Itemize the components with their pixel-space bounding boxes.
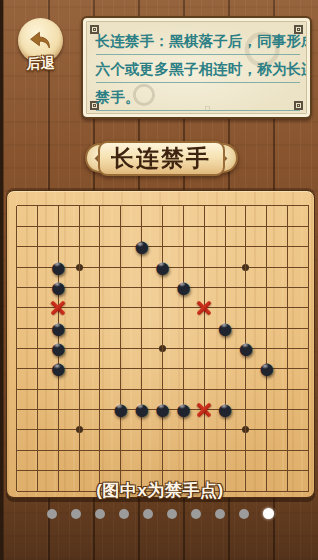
board-cell (110, 338, 131, 358)
board-cell (27, 237, 48, 257)
board-cell (236, 277, 257, 297)
board-cell (110, 460, 131, 480)
board-cell (6, 257, 27, 277)
board-cell (256, 399, 277, 419)
forbidden-x-mark (194, 298, 215, 318)
board-cell (131, 440, 152, 460)
board-cell (6, 420, 27, 440)
forbidden-x-mark (194, 399, 215, 419)
board-cell (69, 318, 90, 338)
board-cell (236, 196, 257, 216)
board-cell (236, 460, 257, 480)
board-cell (48, 196, 69, 216)
page-dot[interactable] (239, 509, 249, 519)
board-cell (215, 440, 236, 460)
board-cell (131, 196, 152, 216)
gomoku-board: ●●●●●●●●●●●●●●●● (6, 190, 315, 498)
board-cell (6, 237, 27, 257)
board-cell (69, 338, 90, 358)
board-cell (152, 460, 173, 480)
board-cell (194, 277, 215, 297)
board-cell (298, 216, 317, 236)
board-cell (194, 257, 215, 277)
board-cell (110, 440, 131, 460)
board-cell (236, 216, 257, 236)
board-cell (236, 257, 257, 277)
board-cell (173, 440, 194, 460)
board-cell (256, 460, 277, 480)
board-cell: ● (173, 277, 194, 297)
board-cell (194, 318, 215, 338)
board-cell (6, 298, 27, 318)
board-cell (256, 420, 277, 440)
black-stone: ● (215, 318, 236, 338)
board-cell (173, 196, 194, 216)
board-cell (194, 338, 215, 358)
page-dot[interactable] (143, 509, 153, 519)
rule-text-line-3: 禁手。 (96, 83, 300, 111)
board-cell (90, 298, 111, 318)
board-cell (236, 298, 257, 318)
board-cell: ● (236, 338, 257, 358)
board-cell (90, 379, 111, 399)
board-cell (6, 196, 27, 216)
board-cell: ● (48, 359, 69, 379)
board-cell (173, 237, 194, 257)
board-cell (236, 237, 257, 257)
board-cell (131, 460, 152, 480)
board-cell (90, 257, 111, 277)
board-cell (152, 440, 173, 460)
board-cell (131, 359, 152, 379)
board-cell (69, 399, 90, 419)
board-cell (152, 196, 173, 216)
black-stone: ● (173, 277, 194, 297)
board-cell (298, 318, 317, 338)
board-cell (110, 277, 131, 297)
page-dot[interactable] (167, 509, 177, 519)
board-cell (298, 460, 317, 480)
rule-text: 长连禁手：黑棋落子后，同事形成 六个或更多黑子相连时，称为长连 禁手。 (96, 27, 300, 111)
star-point (242, 426, 249, 433)
board-cell (152, 216, 173, 236)
board-cell (277, 216, 298, 236)
board-cell (236, 379, 257, 399)
board-cell (69, 277, 90, 297)
board-cell (110, 216, 131, 236)
board-cell (6, 277, 27, 297)
board-cell (298, 298, 317, 318)
board-cell: ● (215, 399, 236, 419)
board-cell (90, 338, 111, 358)
star-point (242, 264, 249, 271)
title-banner: 长连禁手 (87, 140, 236, 177)
back-button-label[interactable]: 后退 (11, 55, 71, 73)
board-cell (6, 359, 27, 379)
black-stone: ● (173, 399, 194, 419)
board-cell (277, 338, 298, 358)
board-cell (27, 216, 48, 236)
board-cell (256, 216, 277, 236)
board-cell (194, 399, 215, 419)
board-cell (236, 440, 257, 460)
board-grid: ●●●●●●●●●●●●●●●● (6, 196, 317, 501)
board-cell (6, 460, 27, 480)
board-cell (215, 277, 236, 297)
board-cell (90, 399, 111, 419)
board-cell (90, 359, 111, 379)
board-cell (194, 379, 215, 399)
board-cell (48, 399, 69, 419)
board-cell (110, 359, 131, 379)
board-cell (256, 440, 277, 460)
board-cell (90, 460, 111, 480)
board-cell (298, 257, 317, 277)
board-cell (6, 399, 27, 419)
board-cell (69, 216, 90, 236)
board-cell (256, 257, 277, 277)
page-dot[interactable] (71, 509, 81, 519)
board-cell (173, 359, 194, 379)
board-cell (48, 216, 69, 236)
board-cell (215, 460, 236, 480)
board-cell (48, 420, 69, 440)
board-cell (90, 237, 111, 257)
board-cell (69, 298, 90, 318)
board-cell (298, 277, 317, 297)
board-cell (173, 318, 194, 338)
board-cell (277, 359, 298, 379)
board-cell (131, 318, 152, 338)
board-cell (298, 440, 317, 460)
board-cell (215, 237, 236, 257)
board-cell (215, 359, 236, 379)
board-cell: ● (215, 318, 236, 338)
board-cell (27, 298, 48, 318)
board-cell (131, 338, 152, 358)
board-cell: ● (48, 277, 69, 297)
board-cell (236, 420, 257, 440)
board-cell (277, 399, 298, 419)
board-cell (173, 460, 194, 480)
star-point (159, 345, 166, 352)
black-stone: ● (152, 399, 173, 419)
board-cell (277, 298, 298, 318)
board-cell (298, 196, 317, 216)
board-caption: (图中x为禁手点) (3, 479, 318, 502)
board-cell (277, 440, 298, 460)
rule-description-box: 长连禁手：黑棋落子后，同事形成 六个或更多黑子相连时，称为长连 禁手。 (81, 16, 312, 119)
board-cell (69, 440, 90, 460)
board-cell (194, 196, 215, 216)
board-cell: ● (152, 399, 173, 419)
forbidden-x-mark (48, 298, 69, 318)
board-cell (277, 257, 298, 277)
board-cell (277, 277, 298, 297)
board-cell (152, 298, 173, 318)
board-cell (90, 277, 111, 297)
board-cell (6, 338, 27, 358)
board-cell (48, 460, 69, 480)
board-cell (27, 196, 48, 216)
board-cell (152, 338, 173, 358)
board-cell (256, 277, 277, 297)
rule-text-line-2: 六个或更多黑子相连时，称为长连 (96, 55, 300, 83)
board-cell (27, 359, 48, 379)
board-cell (69, 379, 90, 399)
board-cell: ● (173, 399, 194, 419)
board-cell (69, 460, 90, 480)
board-cell (27, 277, 48, 297)
board-cell (110, 257, 131, 277)
board-cell (194, 359, 215, 379)
board-cell (277, 196, 298, 216)
black-stone: ● (256, 359, 277, 379)
board-cell (6, 318, 27, 338)
board-cell (6, 440, 27, 460)
black-stone: ● (110, 399, 131, 419)
page-dot[interactable] (95, 509, 105, 519)
board-cell (298, 399, 317, 419)
board-cell (298, 237, 317, 257)
board-cell (90, 216, 111, 236)
board-cell (90, 420, 111, 440)
board-cell (277, 318, 298, 338)
board-cell (110, 318, 131, 338)
board-cell (277, 237, 298, 257)
board-cell (152, 359, 173, 379)
page-dot-active[interactable] (263, 508, 274, 519)
board-cell (27, 420, 48, 440)
board-cell: ● (152, 257, 173, 277)
board-cell (110, 237, 131, 257)
board-cell (194, 420, 215, 440)
board-cell (131, 277, 152, 297)
board-cell (27, 399, 48, 419)
board-cell (110, 298, 131, 318)
board-cell (152, 318, 173, 338)
page-dot[interactable] (215, 509, 225, 519)
board-cell (27, 318, 48, 338)
gomoku-tutorial-screen: 后退 长连禁手：黑棋落子后，同事形成 六个或更多黑子相连时，称为长连 禁手。 长… (3, 0, 318, 560)
back-arrow-icon (26, 27, 54, 55)
black-stone: ● (48, 277, 69, 297)
pagination (3, 508, 318, 519)
board-cell (48, 440, 69, 460)
black-stone: ● (236, 338, 257, 358)
black-stone: ● (48, 359, 69, 379)
board-cell (90, 196, 111, 216)
board-cell (298, 359, 317, 379)
board-cell (90, 318, 111, 338)
board-cell (236, 399, 257, 419)
board-cell (27, 257, 48, 277)
parchment-background: 长连禁手：黑棋落子后，同事形成 六个或更多黑子相连时，称为长连 禁手。 (87, 22, 306, 113)
board-cell (298, 420, 317, 440)
board-cell (27, 379, 48, 399)
board-cell (194, 298, 215, 318)
black-stone: ● (152, 257, 173, 277)
board-cell (194, 440, 215, 460)
board-cell (69, 237, 90, 257)
board-cell (256, 298, 277, 318)
board-cell (48, 298, 69, 318)
board-cell (6, 379, 27, 399)
black-stone: ● (131, 237, 152, 257)
board-cell (215, 196, 236, 216)
board-cell (110, 196, 131, 216)
board-cell (131, 298, 152, 318)
star-point (76, 264, 83, 271)
board-cell (256, 196, 277, 216)
board-cell (298, 338, 317, 358)
board-cell (173, 338, 194, 358)
board-cell (277, 420, 298, 440)
board-cell (215, 216, 236, 236)
board-cell (194, 237, 215, 257)
board-cell (277, 460, 298, 480)
black-stone: ● (215, 399, 236, 419)
board-cell (215, 257, 236, 277)
board-cell: ● (131, 399, 152, 419)
page-dot[interactable] (119, 509, 129, 519)
board-cell (69, 196, 90, 216)
page-dot[interactable] (47, 509, 57, 519)
board-cell (173, 216, 194, 236)
page-title: 长连禁手 (111, 143, 211, 174)
board-cell (90, 440, 111, 460)
board-cell (69, 359, 90, 379)
rule-text-line-1: 长连禁手：黑棋落子后，同事形成 (96, 27, 300, 55)
board-cell: ● (131, 237, 152, 257)
board-cell (27, 460, 48, 480)
board-cell (194, 460, 215, 480)
board-cell (298, 379, 317, 399)
page-dot[interactable] (191, 509, 201, 519)
board-cell (6, 216, 27, 236)
board-cell (256, 237, 277, 257)
board-cell (27, 338, 48, 358)
board-cell: ● (256, 359, 277, 379)
board-cell: ● (110, 399, 131, 419)
star-point (76, 426, 83, 433)
board-cell (69, 420, 90, 440)
board-cell (277, 379, 298, 399)
board-cell (69, 257, 90, 277)
board-cell (194, 216, 215, 236)
board-cell (256, 318, 277, 338)
black-stone: ● (131, 399, 152, 419)
board-cell (27, 440, 48, 460)
